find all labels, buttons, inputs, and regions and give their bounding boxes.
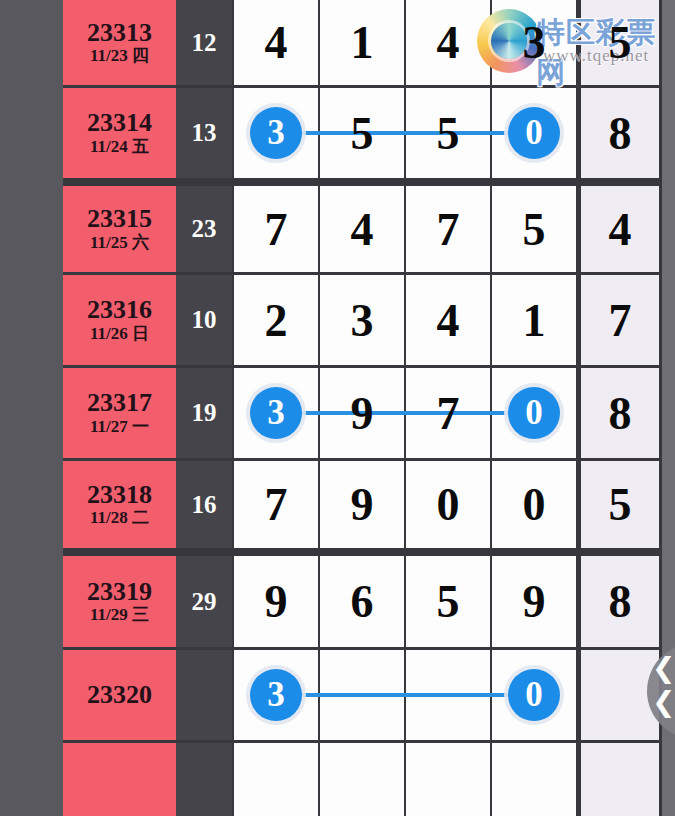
issue-number: 23317 xyxy=(87,389,152,418)
digit-cell xyxy=(318,743,404,816)
draw-date: 11/29 三 xyxy=(90,606,149,625)
count-cell: 10 xyxy=(176,275,232,365)
count-cell xyxy=(176,650,232,740)
left-chevron-icon: ❮ xyxy=(652,651,675,684)
draw-date: 11/26 日 xyxy=(90,325,149,344)
draw-date: 11/23 四 xyxy=(90,47,149,66)
draw-row: 2331911/29 三2996598 xyxy=(63,556,662,650)
count-cell: 16 xyxy=(176,461,232,548)
draw-date: 11/25 六 xyxy=(90,234,149,253)
digit: 3 xyxy=(351,294,374,347)
digit: 2 xyxy=(265,294,288,347)
digit: 5 xyxy=(437,107,460,160)
issue-cell: 2331411/24 五 xyxy=(63,88,176,178)
digit-cell xyxy=(490,743,576,816)
digit: 7 xyxy=(265,478,288,531)
digit: 4 xyxy=(265,16,288,69)
digit: 3 xyxy=(523,16,546,69)
left-chevron-icon: ❮ xyxy=(652,685,675,718)
site-logo-url: www.tqep.net xyxy=(543,46,649,66)
count-cell: 13 xyxy=(176,88,232,178)
digit-cell: 5 xyxy=(404,556,490,647)
sum-digit-cell: 8 xyxy=(576,556,662,647)
digit: 0 xyxy=(523,478,546,531)
digits-row: 23417 xyxy=(232,275,662,365)
sum-digit-cell: 4 xyxy=(576,186,662,272)
trend-line xyxy=(276,411,534,415)
sum-digit-cell: 8 xyxy=(576,368,662,458)
digit-cell: 0 xyxy=(490,461,576,548)
highlighted-digit: 0 xyxy=(508,387,560,439)
draw-date: 11/27 一 xyxy=(90,418,149,437)
count-cell: 19 xyxy=(176,368,232,458)
highlighted-digit: 0 xyxy=(508,669,560,721)
trend-table: 2331311/23 四12414352331411/24 五133550823… xyxy=(63,0,662,816)
issue-number: 23319 xyxy=(87,578,152,607)
digit-cell xyxy=(232,743,318,816)
issue-number: 23320 xyxy=(87,681,152,710)
issue-cell: 2331911/29 三 xyxy=(63,556,176,647)
count-cell: 29 xyxy=(176,556,232,647)
draw-date: 11/28 二 xyxy=(90,509,149,528)
issue-cell xyxy=(63,743,176,816)
digit: 0 xyxy=(437,478,460,531)
digit: 9 xyxy=(265,575,288,628)
issue-number: 23315 xyxy=(87,205,152,234)
draw-row: 2332030 xyxy=(63,650,662,743)
digits-row: 74754 xyxy=(232,186,662,272)
digit: 5 xyxy=(351,107,374,160)
digit: 8 xyxy=(609,387,632,440)
digits-row xyxy=(232,743,662,816)
highlighted-digit: 3 xyxy=(250,387,302,439)
issue-number: 23313 xyxy=(87,19,152,48)
digit-cell: 9 xyxy=(490,556,576,647)
sum-digit-cell: 8 xyxy=(576,88,662,178)
digit-cell: 2 xyxy=(232,275,318,365)
draw-row: 2331511/25 六2374754 xyxy=(63,186,662,275)
digit: 7 xyxy=(437,203,460,256)
issue-cell: 2331811/28 二 xyxy=(63,461,176,548)
digit-cell xyxy=(404,743,490,816)
count-cell: 23 xyxy=(176,186,232,272)
trend-line xyxy=(276,693,534,697)
issue-cell: 23320 xyxy=(63,650,176,740)
issue-cell: 2331611/26 日 xyxy=(63,275,176,365)
digit: 5 xyxy=(609,478,632,531)
highlighted-digit: 3 xyxy=(250,107,302,159)
draw-row: 2331711/27 一1939708 xyxy=(63,368,662,461)
lottery-trend-screen: 2331311/23 四12414352331411/24 五133550823… xyxy=(0,0,675,816)
digit-cell: 4 xyxy=(232,0,318,85)
digit: 7 xyxy=(265,203,288,256)
digit: 9 xyxy=(523,575,546,628)
count-cell xyxy=(176,743,232,816)
digits-row: 79005 xyxy=(232,461,662,548)
sum-digit-cell xyxy=(576,743,662,816)
digits-row: 39708 xyxy=(232,368,662,458)
issue-cell: 2331311/23 四 xyxy=(63,0,176,85)
digit-cell: 3 xyxy=(318,275,404,365)
issue-number: 23314 xyxy=(87,109,152,138)
digits-row: 96598 xyxy=(232,556,662,647)
digits-row: 30 xyxy=(232,650,662,740)
digit-cell: 5 xyxy=(490,186,576,272)
draw-row: 2331811/28 二1679005 xyxy=(63,461,662,556)
highlighted-digit: 3 xyxy=(250,669,302,721)
digit-cell: 7 xyxy=(232,186,318,272)
digit-cell: 6 xyxy=(318,556,404,647)
draw-row xyxy=(63,743,662,816)
digit: 5 xyxy=(609,16,632,69)
digit: 9 xyxy=(351,387,374,440)
digit-cell: 1 xyxy=(490,275,576,365)
digit: 6 xyxy=(351,575,374,628)
digit: 1 xyxy=(523,294,546,347)
digit-cell: 9 xyxy=(232,556,318,647)
digit-cell: 4 xyxy=(404,275,490,365)
issue-cell: 2331711/27 一 xyxy=(63,368,176,458)
sum-digit-cell: 5 xyxy=(576,461,662,548)
digit: 4 xyxy=(609,203,632,256)
digit: 8 xyxy=(609,107,632,160)
digit-cell: 7 xyxy=(232,461,318,548)
digit-cell: 0 xyxy=(404,461,490,548)
issue-number: 23318 xyxy=(87,481,152,510)
digit: 8 xyxy=(609,575,632,628)
issue-number: 23316 xyxy=(87,296,152,325)
digit: 4 xyxy=(437,294,460,347)
digit: 9 xyxy=(351,478,374,531)
digit: 4 xyxy=(437,16,460,69)
sum-digit-cell: 7 xyxy=(576,275,662,365)
digits-row: 35508 xyxy=(232,88,662,178)
left-gutter xyxy=(0,0,63,816)
draw-row: 2331611/26 日1023417 xyxy=(63,275,662,368)
count-cell: 12 xyxy=(176,0,232,85)
highlighted-digit: 0 xyxy=(508,107,560,159)
digit: 7 xyxy=(609,294,632,347)
digit-cell: 1 xyxy=(318,0,404,85)
draw-row: 2331411/24 五1335508 xyxy=(63,88,662,186)
issue-cell: 2331511/25 六 xyxy=(63,186,176,272)
digit: 4 xyxy=(351,203,374,256)
digit-cell: 7 xyxy=(404,186,490,272)
digit-cell: 4 xyxy=(318,186,404,272)
trend-line xyxy=(276,131,534,135)
digit: 1 xyxy=(351,16,374,69)
digit: 5 xyxy=(523,203,546,256)
digit: 5 xyxy=(437,575,460,628)
draw-date: 11/24 五 xyxy=(90,138,149,157)
digit-cell: 9 xyxy=(318,461,404,548)
digit: 7 xyxy=(437,387,460,440)
